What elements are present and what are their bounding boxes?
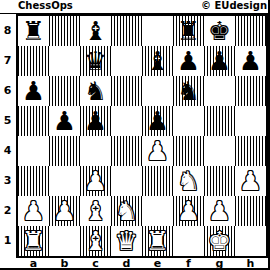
piece-black-rook-a8: ♜ bbox=[22, 16, 45, 46]
file-label-g: g bbox=[204, 257, 235, 270]
square-a8[interactable]: ♜ bbox=[18, 16, 49, 46]
file-label-b: b bbox=[49, 257, 80, 270]
square-a1[interactable]: ♜ bbox=[18, 226, 49, 256]
piece-black-pawn-c5: ♟ bbox=[84, 106, 107, 136]
file-label-h: h bbox=[235, 257, 266, 270]
square-h7[interactable]: ♟ bbox=[235, 46, 266, 76]
square-g6[interactable] bbox=[204, 76, 235, 106]
square-a5[interactable] bbox=[18, 106, 49, 136]
rank-labels: 87654321 bbox=[0, 16, 15, 256]
piece-white-pawn-h3: ♟ bbox=[239, 166, 262, 196]
piece-black-pawn-e5: ♟ bbox=[146, 106, 169, 136]
square-b5[interactable]: ♟ bbox=[49, 106, 80, 136]
square-b1[interactable] bbox=[49, 226, 80, 256]
file-label-a: a bbox=[18, 257, 49, 270]
board: ♜♝♜♚♛♝♟♟♟♟♞♞♟♟♟♟♟♞♟♟♟♝♞♟♟♜♝♛♜♚ bbox=[16, 14, 268, 258]
square-h5[interactable] bbox=[235, 106, 266, 136]
piece-white-queen-d1: ♛ bbox=[115, 226, 138, 256]
square-d6[interactable] bbox=[111, 76, 142, 106]
square-b6[interactable] bbox=[49, 76, 80, 106]
piece-black-knight-f6: ♞ bbox=[177, 76, 200, 106]
square-a3[interactable] bbox=[18, 166, 49, 196]
square-g3[interactable] bbox=[204, 166, 235, 196]
copyright-credit: © EUdesign bbox=[201, 0, 268, 12]
square-a2[interactable]: ♟ bbox=[18, 196, 49, 226]
piece-black-pawn-b5: ♟ bbox=[53, 106, 76, 136]
piece-black-pawn-g7: ♟ bbox=[208, 46, 231, 76]
piece-black-rook-f8: ♜ bbox=[177, 16, 200, 46]
square-e3[interactable] bbox=[142, 166, 173, 196]
piece-black-pawn-f7: ♟ bbox=[177, 46, 200, 76]
square-h2[interactable] bbox=[235, 196, 266, 226]
file-label-d: d bbox=[111, 257, 142, 270]
square-d4[interactable] bbox=[111, 136, 142, 166]
square-e5[interactable]: ♟ bbox=[142, 106, 173, 136]
square-d2[interactable]: ♞ bbox=[111, 196, 142, 226]
square-a4[interactable] bbox=[18, 136, 49, 166]
piece-black-pawn-a6: ♟ bbox=[22, 76, 45, 106]
rank-label-4: 4 bbox=[0, 136, 15, 166]
square-c6[interactable]: ♞ bbox=[80, 76, 111, 106]
rank-label-2: 2 bbox=[0, 196, 15, 226]
square-e1[interactable]: ♜ bbox=[142, 226, 173, 256]
square-d7[interactable] bbox=[111, 46, 142, 76]
file-label-f: f bbox=[173, 257, 204, 270]
square-d3[interactable] bbox=[111, 166, 142, 196]
square-b8[interactable] bbox=[49, 16, 80, 46]
rank-label-5: 5 bbox=[0, 106, 15, 136]
square-h3[interactable]: ♟ bbox=[235, 166, 266, 196]
square-f6[interactable]: ♞ bbox=[173, 76, 204, 106]
piece-white-pawn-g2: ♟ bbox=[208, 196, 231, 226]
piece-white-pawn-f2: ♟ bbox=[177, 196, 200, 226]
piece-white-pawn-b2: ♟ bbox=[53, 196, 76, 226]
square-c5[interactable]: ♟ bbox=[80, 106, 111, 136]
square-d1[interactable]: ♛ bbox=[111, 226, 142, 256]
square-b7[interactable] bbox=[49, 46, 80, 76]
file-label-e: e bbox=[142, 257, 173, 270]
square-d5[interactable] bbox=[111, 106, 142, 136]
square-h1[interactable] bbox=[235, 226, 266, 256]
square-f5[interactable] bbox=[173, 106, 204, 136]
piece-white-rook-a1: ♜ bbox=[22, 226, 45, 256]
piece-black-bishop-c8: ♝ bbox=[84, 16, 107, 46]
square-f8[interactable]: ♜ bbox=[173, 16, 204, 46]
rank-label-7: 7 bbox=[0, 46, 15, 76]
piece-white-pawn-a2: ♟ bbox=[22, 196, 45, 226]
square-c7[interactable]: ♛ bbox=[80, 46, 111, 76]
piece-black-queen-c7: ♛ bbox=[84, 46, 107, 76]
file-label-c: c bbox=[80, 257, 111, 270]
square-e7[interactable]: ♝ bbox=[142, 46, 173, 76]
piece-white-king-g1: ♚ bbox=[208, 226, 231, 256]
square-g2[interactable]: ♟ bbox=[204, 196, 235, 226]
piece-white-rook-e1: ♜ bbox=[146, 226, 169, 256]
square-g5[interactable] bbox=[204, 106, 235, 136]
square-h8[interactable] bbox=[235, 16, 266, 46]
square-f2[interactable]: ♟ bbox=[173, 196, 204, 226]
piece-white-knight-f3: ♞ bbox=[177, 166, 200, 196]
rank-label-1: 1 bbox=[0, 226, 15, 256]
square-h4[interactable] bbox=[235, 136, 266, 166]
square-a7[interactable] bbox=[18, 46, 49, 76]
square-c2[interactable]: ♝ bbox=[80, 196, 111, 226]
rank-label-3: 3 bbox=[0, 166, 15, 196]
square-e4[interactable]: ♟ bbox=[142, 136, 173, 166]
piece-black-pawn-h7: ♟ bbox=[239, 46, 262, 76]
square-c1[interactable]: ♝ bbox=[80, 226, 111, 256]
app-title: ChessOps bbox=[0, 0, 73, 12]
piece-white-pawn-e4: ♟ bbox=[146, 136, 169, 166]
file-labels: abcdefgh bbox=[18, 257, 266, 270]
piece-white-knight-d2: ♞ bbox=[115, 196, 138, 226]
square-f7[interactable]: ♟ bbox=[173, 46, 204, 76]
piece-black-bishop-e7: ♝ bbox=[146, 46, 169, 76]
square-b2[interactable]: ♟ bbox=[49, 196, 80, 226]
piece-black-knight-c6: ♞ bbox=[84, 76, 107, 106]
square-g1[interactable]: ♚ bbox=[204, 226, 235, 256]
square-g8[interactable]: ♚ bbox=[204, 16, 235, 46]
piece-white-bishop-c1: ♝ bbox=[84, 226, 107, 256]
square-g4[interactable] bbox=[204, 136, 235, 166]
square-e2[interactable] bbox=[142, 196, 173, 226]
square-g7[interactable]: ♟ bbox=[204, 46, 235, 76]
square-c8[interactable]: ♝ bbox=[80, 16, 111, 46]
square-f4[interactable] bbox=[173, 136, 204, 166]
square-b3[interactable] bbox=[49, 166, 80, 196]
square-a6[interactable]: ♟ bbox=[18, 76, 49, 106]
chessops-window: ChessOps © EUdesign 87654321 ♜♝♜♚♛♝♟♟♟♟♞… bbox=[0, 0, 270, 270]
square-h6[interactable] bbox=[235, 76, 266, 106]
rank-label-6: 6 bbox=[0, 76, 15, 106]
square-c3[interactable]: ♟ bbox=[80, 166, 111, 196]
piece-black-king-g8: ♚ bbox=[208, 16, 231, 46]
square-c4[interactable] bbox=[80, 136, 111, 166]
header-bar: ChessOps © EUdesign bbox=[0, 0, 268, 14]
square-f3[interactable]: ♞ bbox=[173, 166, 204, 196]
piece-white-bishop-c2: ♝ bbox=[84, 196, 107, 226]
square-f1[interactable] bbox=[173, 226, 204, 256]
square-d8[interactable] bbox=[111, 16, 142, 46]
square-e6[interactable] bbox=[142, 76, 173, 106]
piece-white-pawn-c3: ♟ bbox=[84, 166, 107, 196]
square-e8[interactable] bbox=[142, 16, 173, 46]
square-b4[interactable] bbox=[49, 136, 80, 166]
rank-label-8: 8 bbox=[0, 16, 15, 46]
